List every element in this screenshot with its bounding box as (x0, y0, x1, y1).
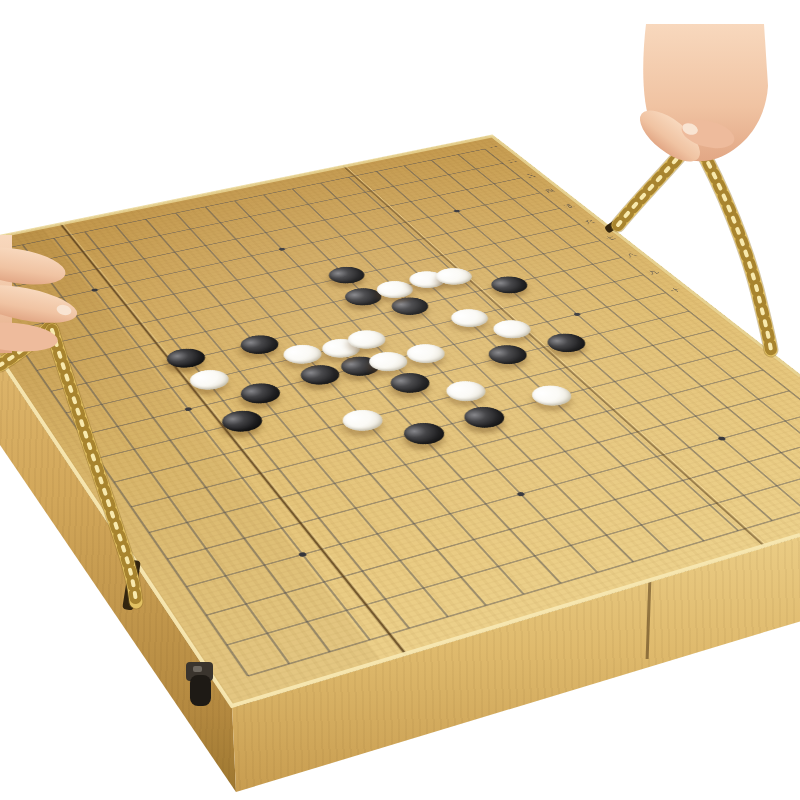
star-point (516, 492, 526, 497)
grid-line-vertical (404, 166, 800, 511)
right-hand (632, 24, 768, 171)
grid-line-vertical (485, 149, 800, 482)
star-point (278, 247, 286, 251)
margin-coordinate-mark: 十 (669, 287, 684, 294)
thumbnail (681, 121, 700, 137)
go-board-product-photo: 一二三四五六七八九十 (0, 0, 800, 800)
margin-coordinate-mark: 七 (604, 235, 618, 241)
margin-coordinate-mark: 一 (488, 144, 501, 149)
margin-coordinate-mark: 四 (543, 188, 556, 194)
margin-coordinate-mark: 九 (647, 269, 661, 276)
margin-coordinate-mark: 二 (506, 158, 519, 163)
star-point (573, 312, 581, 316)
star-point (184, 407, 193, 412)
star-point (91, 288, 99, 292)
margin-coordinate-mark: 三 (525, 173, 538, 179)
box-body-seam (646, 579, 652, 659)
margin-coordinate-mark: 六 (583, 219, 597, 225)
grid-line-vertical (431, 160, 800, 501)
star-point (298, 552, 308, 558)
star-point (717, 436, 726, 441)
star-point (453, 209, 461, 212)
margin-coordinate-mark: 八 (625, 252, 639, 258)
grid-line-horizontal (0, 163, 503, 275)
grid-line-horizontal (0, 149, 485, 258)
margin-coordinate-mark: 五 (563, 203, 576, 209)
